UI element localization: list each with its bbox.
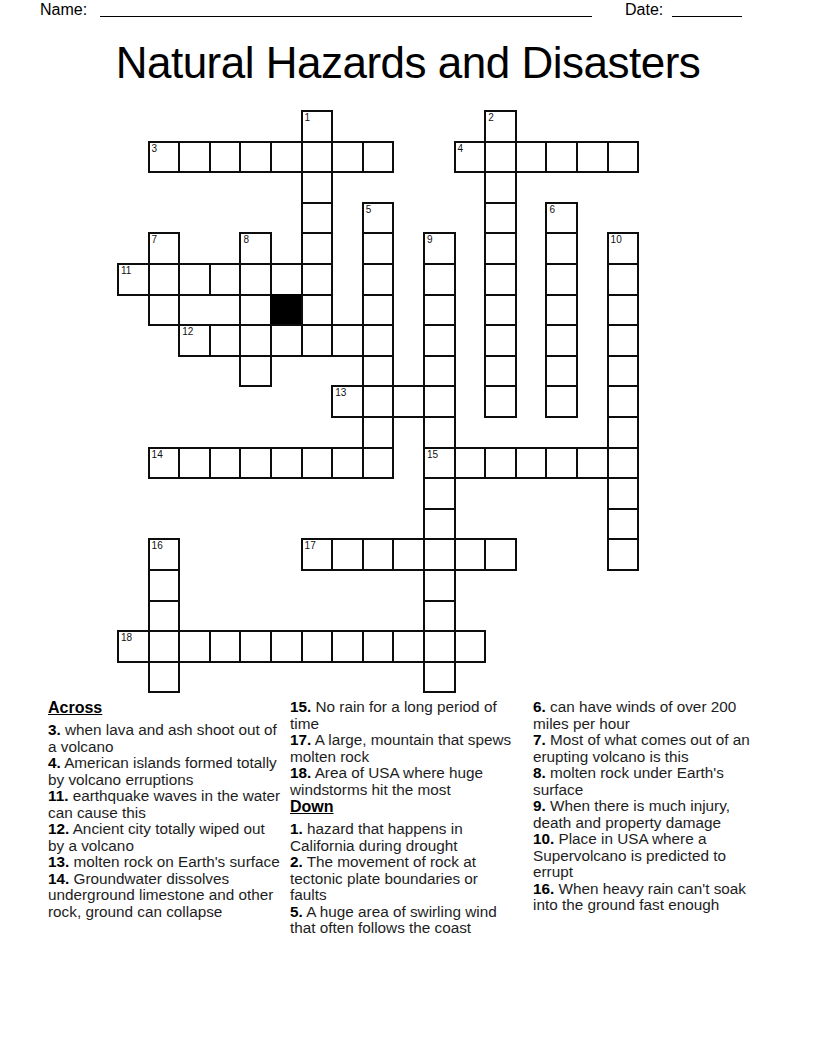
grid-cell-r17c11[interactable] — [454, 630, 487, 663]
grid-cell-r9c10[interactable] — [423, 385, 456, 418]
grid-cell-r14c7[interactable] — [331, 538, 364, 571]
grid-cell-r1c6[interactable] — [301, 141, 334, 174]
clue-number-7: 7 — [152, 235, 158, 245]
grid-cell-r13c16[interactable] — [607, 508, 640, 541]
grid-cell-r7c12[interactable] — [484, 324, 517, 357]
grid-cell-r4c8[interactable] — [362, 232, 395, 265]
grid-cell-r8c8[interactable] — [362, 355, 395, 388]
grid-cell-r5c12[interactable] — [484, 263, 517, 296]
grid-cell-r5c14[interactable] — [545, 263, 578, 296]
grid-cell-r5c6[interactable] — [301, 263, 334, 296]
grid-cell-r7c5[interactable] — [270, 324, 303, 357]
grid-cell-r7c3[interactable] — [209, 324, 242, 357]
grid-cell-r1c3[interactable] — [209, 141, 242, 174]
grid-cell-r5c16[interactable] — [607, 263, 640, 296]
grid-cell-r6c14[interactable] — [545, 294, 578, 327]
clue-18: 18. Area of USA where huge windstorms hi… — [290, 765, 518, 798]
clue-1: 1. hazard that happens in California dur… — [290, 821, 518, 854]
grid-cell-r7c8[interactable] — [362, 324, 395, 357]
grid-cell-r17c8[interactable] — [362, 630, 395, 663]
grid-cell-r6c6[interactable] — [301, 294, 334, 327]
grid-cell-r11c12[interactable] — [484, 447, 517, 480]
grid-cell-r11c8[interactable] — [362, 447, 395, 480]
grid-cell-r5c5[interactable] — [270, 263, 303, 296]
clue-2: 2. The movement of rock at tectonic plat… — [290, 854, 518, 904]
grid-cell-r9c14[interactable] — [545, 385, 578, 418]
clue-15: 15. No rain for a long period of time — [290, 699, 518, 732]
grid-cell-r9c16[interactable] — [607, 385, 640, 418]
grid-cell-r7c16[interactable] — [607, 324, 640, 357]
grid-cell-r11c5[interactable] — [270, 447, 303, 480]
grid-cell-r6c10[interactable] — [423, 294, 456, 327]
grid-cell-r18c10[interactable] — [423, 661, 456, 694]
grid-cell-r1c14[interactable] — [545, 141, 578, 174]
clue-number-5: 5 — [366, 205, 372, 215]
grid-cell-r14c11[interactable] — [454, 538, 487, 571]
worksheet-page: Name: Date: Natural Hazards and Disaster… — [0, 0, 816, 1056]
clue-number-9: 9 — [427, 235, 433, 245]
clue-10: 10. Place in USA where a Supervolcano is… — [533, 831, 761, 881]
grid-cell-r1c15[interactable] — [576, 141, 609, 174]
clues-section-label-across: Across — [48, 699, 281, 717]
clue-7: 7. Most of what comes out of an erupting… — [533, 732, 761, 765]
grid-cell-r8c16[interactable] — [607, 355, 640, 388]
grid-cell-r10c16[interactable] — [607, 416, 640, 449]
grid-cell-r5c2[interactable] — [178, 263, 211, 296]
grid-cell-r16c10[interactable] — [423, 600, 456, 633]
grid-cell-r14c10[interactable] — [423, 538, 456, 571]
clue-number-15: 15 — [427, 450, 438, 460]
grid-cell-r7c7[interactable] — [331, 324, 364, 357]
clue-13: 13. molten rock on Earth's surface — [48, 854, 281, 871]
grid-cell-r8c12[interactable] — [484, 355, 517, 388]
grid-cell-r5c1[interactable] — [148, 263, 181, 296]
grid-cell-r8c4[interactable] — [239, 355, 272, 388]
grid-cell-r7c10[interactable] — [423, 324, 456, 357]
grid-cell-r14c12[interactable] — [484, 538, 517, 571]
grid-cell-r1c13[interactable] — [515, 141, 548, 174]
grid-cell-r1c8[interactable] — [362, 141, 395, 174]
grid-cell-r11c11[interactable] — [454, 447, 487, 480]
clue-number-2: 2 — [488, 113, 494, 123]
grid-cell-r2c6[interactable] — [301, 171, 334, 204]
clue-14: 14. Groundwater dissolves underground li… — [48, 871, 281, 921]
clue-number-11: 11 — [121, 266, 131, 276]
grid-cell-r3c6[interactable] — [301, 202, 334, 235]
grid-cell-r16c1[interactable] — [148, 600, 181, 633]
clue-number-10: 10 — [611, 235, 622, 245]
grid-cell-r10c10[interactable] — [423, 416, 456, 449]
clue-12: 12. Ancient city totally wiped out by a … — [48, 821, 281, 854]
clue-number-12: 12 — [182, 327, 193, 337]
grid-cell-r17c6[interactable] — [301, 630, 334, 663]
clue-5: 5. A huge area of swirling wind that oft… — [290, 904, 518, 937]
grid-cell-r6c1[interactable] — [148, 294, 181, 327]
clue-6: 6. can have winds of over 200 miles per … — [533, 699, 761, 732]
grid-cell-r5c3[interactable] — [209, 263, 242, 296]
grid-cell-r15c1[interactable] — [148, 569, 181, 602]
grid-cell-r4c6[interactable] — [301, 232, 334, 265]
grid-cell-r13c10[interactable] — [423, 508, 456, 541]
grid-cell-r8c10[interactable] — [423, 355, 456, 388]
clue-number-17: 17 — [305, 541, 316, 551]
clue-9: 9. When there is much injury, death and … — [533, 798, 761, 831]
clues-column-across: Across3. when lava and ash shoot out of … — [48, 699, 281, 920]
clue-number-8: 8 — [243, 235, 249, 245]
clue-16: 16. When heavy rain can't soak into the … — [533, 881, 761, 914]
grid-cell-r10c8[interactable] — [362, 416, 395, 449]
clue-number-3: 3 — [152, 144, 158, 154]
grid-cell-r6c12[interactable] — [484, 294, 517, 327]
grid-cell-r17c5[interactable] — [270, 630, 303, 663]
grid-cell-r15c10[interactable] — [423, 569, 456, 602]
grid-cell-r14c8[interactable] — [362, 538, 395, 571]
grid-cell-r11c4[interactable] — [239, 447, 272, 480]
grid-cell-r17c7[interactable] — [331, 630, 364, 663]
grid-cell-r5c10[interactable] — [423, 263, 456, 296]
grid-cell-r1c2[interactable] — [178, 141, 211, 174]
grid-cell-r12c10[interactable] — [423, 477, 456, 510]
clue-number-18: 18 — [121, 633, 132, 643]
grid-cell-r4c12[interactable] — [484, 232, 517, 265]
clue-number-4: 4 — [458, 144, 464, 154]
grid-cell-r17c9[interactable] — [392, 630, 425, 663]
clues-section-label-down: Down — [290, 798, 518, 816]
clues-column-down: 6. can have winds of over 200 miles per … — [533, 699, 761, 914]
clue-4: 4. American islands formed totally by vo… — [48, 755, 281, 788]
grid-cell-r6c16[interactable] — [607, 294, 640, 327]
clue-number-13: 13 — [335, 388, 346, 398]
grid-cell-r17c2[interactable] — [178, 630, 211, 663]
grid-cell-r12c16[interactable] — [607, 477, 640, 510]
grid-cell-r5c4[interactable] — [239, 263, 272, 296]
clue-number-14: 14 — [152, 450, 163, 460]
clue-number-16: 16 — [152, 541, 163, 551]
clues-column-middle: 15. No rain for a long period of time17.… — [290, 699, 518, 937]
clue-8: 8. molten rock under Earth's surface — [533, 765, 761, 798]
grid-cell-r18c1[interactable] — [148, 661, 181, 694]
grid-cell-r1c16[interactable] — [607, 141, 640, 174]
grid-cell-r1c7[interactable] — [331, 141, 364, 174]
grid-cell-r17c1[interactable] — [148, 630, 181, 663]
grid-cell-r9c9[interactable] — [392, 385, 425, 418]
clue-3: 3. when lava and ash shoot out of a volc… — [48, 722, 281, 755]
black-cell — [270, 294, 303, 327]
grid-cell-r11c16[interactable] — [607, 447, 640, 480]
grid-cell-r9c8[interactable] — [362, 385, 395, 418]
grid-cell-r2c12[interactable] — [484, 171, 517, 204]
grid-cell-r14c16[interactable] — [607, 538, 640, 571]
clue-number-6: 6 — [549, 205, 555, 215]
grid-cell-r11c15[interactable] — [576, 447, 609, 480]
grid-cell-r5c8[interactable] — [362, 263, 395, 296]
grid-cell-r1c4[interactable] — [239, 141, 272, 174]
grid-cell-r11c7[interactable] — [331, 447, 364, 480]
grid-cell-r6c8[interactable] — [362, 294, 395, 327]
clue-number-1: 1 — [305, 113, 311, 123]
clue-17: 17. A large, mountain that spews molten … — [290, 732, 518, 765]
grid-cell-r3c12[interactable] — [484, 202, 517, 235]
grid-cell-r14c9[interactable] — [392, 538, 425, 571]
grid-cell-r17c4[interactable] — [239, 630, 272, 663]
grid-cell-r11c2[interactable] — [178, 447, 211, 480]
grid-cell-r11c3[interactable] — [209, 447, 242, 480]
grid-cell-r6c4[interactable] — [239, 294, 272, 327]
grid-cell-r11c6[interactable] — [301, 447, 334, 480]
grid-cell-r17c10[interactable] — [423, 630, 456, 663]
grid-cell-r11c14[interactable] — [545, 447, 578, 480]
grid-cell-r1c12[interactable] — [484, 141, 517, 174]
grid-cell-r8c14[interactable] — [545, 355, 578, 388]
grid-cell-r9c12[interactable] — [484, 385, 517, 418]
grid-cell-r17c3[interactable] — [209, 630, 242, 663]
grid-cell-r11c13[interactable] — [515, 447, 548, 480]
grid-cell-r7c4[interactable] — [239, 324, 272, 357]
grid-cell-r7c14[interactable] — [545, 324, 578, 357]
clue-11: 11. earthquake waves in the water can ca… — [48, 788, 281, 821]
grid-cell-r7c6[interactable] — [301, 324, 334, 357]
grid-cell-r4c14[interactable] — [545, 232, 578, 265]
grid-cell-r1c5[interactable] — [270, 141, 303, 174]
